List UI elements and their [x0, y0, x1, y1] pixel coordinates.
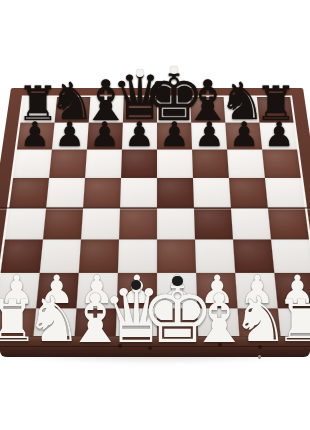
black-pawn-e7[interactable]: ♟	[158, 118, 192, 152]
white-rook-h1[interactable]: ♜	[273, 293, 310, 351]
black-pawn-a7[interactable]: ♟	[18, 118, 52, 152]
chess-set-photo: ♜♞♝♛♚♝♞♜♟♟♟♟♟♟♟♟♟♟♟♟♟♟♟♟♜♞♝♛♚♝♞♜	[0, 0, 310, 430]
white-king-finial	[172, 276, 183, 287]
black-pawn-d7[interactable]: ♟	[123, 118, 157, 152]
black-pawn-g7[interactable]: ♟	[227, 118, 261, 152]
black-pawn-f7[interactable]: ♟	[192, 118, 226, 152]
black-king-finial	[170, 66, 179, 75]
black-pawn-h7[interactable]: ♟	[262, 118, 296, 152]
pieces-layer: ♜♞♝♛♚♝♞♜♟♟♟♟♟♟♟♟♟♟♟♟♟♟♟♟♜♞♝♛♚♝♞♜	[0, 0, 310, 430]
black-pawn-b7[interactable]: ♟	[53, 118, 87, 152]
black-pawn-c7[interactable]: ♟	[88, 118, 122, 152]
